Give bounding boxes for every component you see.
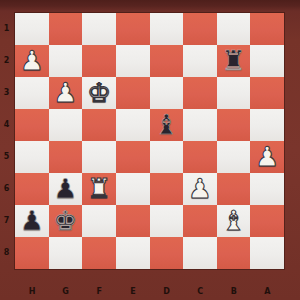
square-f8[interactable] [82,237,116,269]
square-h8[interactable] [15,237,49,269]
square-e5[interactable] [116,141,150,173]
square-b8[interactable] [217,237,251,269]
file-label-C: C [183,286,217,298]
rank-label-3: 3 [0,77,13,109]
file-label-D: D [150,286,184,298]
piece-white-bishop[interactable]: ♝ [221,205,245,237]
rank-label-1: 1 [0,13,13,45]
square-e8[interactable] [116,237,150,269]
square-e1[interactable] [116,13,150,45]
square-a6[interactable] [250,173,284,205]
square-a4[interactable] [250,109,284,141]
piece-black-king[interactable]: ♚ [53,205,77,237]
square-b7[interactable]: ♝ [217,205,251,237]
square-e3[interactable] [116,77,150,109]
square-h7[interactable]: ♟ [15,205,49,237]
square-g8[interactable] [49,237,83,269]
square-e2[interactable] [116,45,150,77]
square-e4[interactable] [116,109,150,141]
square-f4[interactable] [82,109,116,141]
square-g4[interactable] [49,109,83,141]
square-d1[interactable] [150,13,184,45]
square-a7[interactable] [250,205,284,237]
square-f1[interactable] [82,13,116,45]
rank-label-5: 5 [0,141,13,173]
rank-label-2: 2 [0,45,13,77]
square-f6[interactable]: ♜ [82,173,116,205]
square-h1[interactable] [15,13,49,45]
square-b2[interactable]: ♜ [217,45,251,77]
piece-white-pawn[interactable]: ♟ [188,173,212,205]
piece-black-pawn[interactable]: ♟ [20,205,44,237]
square-d8[interactable] [150,237,184,269]
square-e7[interactable] [116,205,150,237]
square-d6[interactable] [150,173,184,205]
square-c4[interactable] [183,109,217,141]
square-c2[interactable] [183,45,217,77]
square-h3[interactable] [15,77,49,109]
chessboard-frame: ♟♜♟♚♝♟♟♜♟♟♚♝ 12345678 HGFEDCBA [0,0,300,300]
square-a2[interactable] [250,45,284,77]
board: ♟♜♟♚♝♟♟♜♟♟♚♝ [15,13,284,269]
square-c5[interactable] [183,141,217,173]
square-h5[interactable] [15,141,49,173]
piece-white-rook[interactable]: ♜ [87,173,111,205]
square-c3[interactable] [183,77,217,109]
file-label-A: A [250,286,284,298]
square-a1[interactable] [250,13,284,45]
square-h2[interactable]: ♟ [15,45,49,77]
square-d7[interactable] [150,205,184,237]
square-a5[interactable]: ♟ [250,141,284,173]
square-b4[interactable] [217,109,251,141]
square-g6[interactable]: ♟ [49,173,83,205]
square-b1[interactable] [217,13,251,45]
square-h6[interactable] [15,173,49,205]
square-d4[interactable]: ♝ [150,109,184,141]
square-c7[interactable] [183,205,217,237]
square-f3[interactable]: ♚ [82,77,116,109]
piece-black-pawn[interactable]: ♟ [53,173,77,205]
piece-white-pawn[interactable]: ♟ [255,141,279,173]
square-g2[interactable] [49,45,83,77]
square-a3[interactable] [250,77,284,109]
file-label-F: F [82,286,116,298]
square-f7[interactable] [82,205,116,237]
rank-label-7: 7 [0,205,13,237]
square-b5[interactable] [217,141,251,173]
file-label-G: G [49,286,83,298]
file-label-B: B [217,286,251,298]
rank-label-8: 8 [0,237,13,269]
square-a8[interactable] [250,237,284,269]
square-h4[interactable] [15,109,49,141]
square-d3[interactable] [150,77,184,109]
piece-black-bishop[interactable]: ♝ [154,109,178,141]
square-g1[interactable] [49,13,83,45]
square-c1[interactable] [183,13,217,45]
piece-black-rook[interactable]: ♜ [221,45,245,77]
square-b6[interactable] [217,173,251,205]
square-e6[interactable] [116,173,150,205]
square-c6[interactable]: ♟ [183,173,217,205]
rank-label-4: 4 [0,109,13,141]
square-b3[interactable] [217,77,251,109]
square-g7[interactable]: ♚ [49,205,83,237]
square-f5[interactable] [82,141,116,173]
square-g5[interactable] [49,141,83,173]
piece-white-pawn[interactable]: ♟ [53,77,77,109]
square-f2[interactable] [82,45,116,77]
square-c8[interactable] [183,237,217,269]
piece-white-pawn[interactable]: ♟ [20,45,44,77]
piece-white-king[interactable]: ♚ [87,77,111,109]
square-d5[interactable] [150,141,184,173]
file-label-E: E [116,286,150,298]
file-label-H: H [15,286,49,298]
square-g3[interactable]: ♟ [49,77,83,109]
square-d2[interactable] [150,45,184,77]
rank-label-6: 6 [0,173,13,205]
